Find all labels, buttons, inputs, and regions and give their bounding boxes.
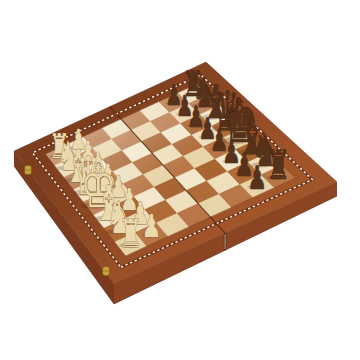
piece-black-rook-h8: ♜ [266,142,290,189]
piece-white-rook-h1: ♜ [119,211,143,257]
chess-board: ♜♟♞♟♝♟♛♟♚♟♟♝♜♟♟♞♞♟♟♜♝♟♟♛♟♚♟♝♟♞♟♜ [0,0,360,360]
piece-black-pawn-h7: ♟ [247,159,267,198]
chess-set-product-photo: ♜♟♞♟♝♟♛♟♚♟♟♝♜♟♟♞♞♟♟♜♝♟♟♛♟♚♟♝♟♞♟♜ [0,0,360,360]
piece-white-pawn-h2: ♟ [142,208,161,244]
